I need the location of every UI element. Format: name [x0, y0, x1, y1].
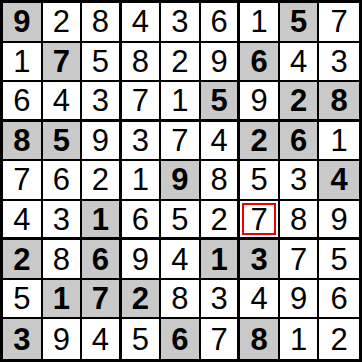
sudoku-cell-selected[interactable]: 7: [240, 201, 280, 241]
sudoku-cell-given[interactable]: 2: [240, 122, 280, 162]
sudoku-cell-given[interactable]: 9: [3, 3, 43, 43]
sudoku-cell[interactable]: 5: [122, 319, 162, 359]
sudoku-cell[interactable]: 5: [3, 280, 43, 320]
sudoku-cell[interactable]: 3: [43, 201, 83, 241]
sudoku-cell[interactable]: 2: [201, 201, 241, 241]
sudoku-cell-given[interactable]: 8: [240, 319, 280, 359]
sudoku-cell[interactable]: 4: [122, 3, 162, 43]
sudoku-cell[interactable]: 7: [122, 82, 162, 122]
sudoku-cell[interactable]: 1: [240, 3, 280, 43]
sudoku-cell[interactable]: 4: [161, 240, 201, 280]
sudoku-cell[interactable]: 3: [201, 280, 241, 320]
sudoku-cell-given[interactable]: 8: [319, 82, 359, 122]
sudoku-cell[interactable]: 8: [82, 3, 122, 43]
sudoku-cell-given[interactable]: 2: [280, 82, 320, 122]
sudoku-cell[interactable]: 2: [161, 43, 201, 83]
sudoku-cell-given[interactable]: 7: [43, 43, 83, 83]
sudoku-cell[interactable]: 7: [319, 3, 359, 43]
sudoku-cell[interactable]: 7: [280, 240, 320, 280]
sudoku-cell[interactable]: 5: [161, 201, 201, 241]
sudoku-cell-given[interactable]: 2: [122, 280, 162, 320]
sudoku-cell[interactable]: 1: [319, 122, 359, 162]
sudoku-cell[interactable]: 6: [43, 161, 83, 201]
sudoku-cell[interactable]: 4: [43, 82, 83, 122]
sudoku-cell[interactable]: 6: [319, 280, 359, 320]
sudoku-cell-given[interactable]: 7: [82, 280, 122, 320]
sudoku-cell[interactable]: 3: [319, 43, 359, 83]
sudoku-board: 9284361571758296436437159288593742617621…: [0, 0, 362, 362]
sudoku-cell[interactable]: 6: [201, 3, 241, 43]
sudoku-cell-given[interactable]: 4: [319, 161, 359, 201]
sudoku-cell[interactable]: 5: [82, 43, 122, 83]
sudoku-cell-given[interactable]: 6: [280, 122, 320, 162]
sudoku-cell[interactable]: 7: [161, 122, 201, 162]
sudoku-cell[interactable]: 4: [240, 280, 280, 320]
sudoku-cell[interactable]: 8: [280, 201, 320, 241]
sudoku-cell-given[interactable]: 2: [3, 240, 43, 280]
sudoku-cell-given[interactable]: 9: [161, 161, 201, 201]
sudoku-cell-given[interactable]: 6: [82, 240, 122, 280]
sudoku-cell[interactable]: 9: [201, 43, 241, 83]
sudoku-cell[interactable]: 4: [280, 43, 320, 83]
sudoku-cell[interactable]: 9: [43, 319, 83, 359]
sudoku-cell[interactable]: 2: [43, 3, 83, 43]
sudoku-cell[interactable]: 2: [319, 319, 359, 359]
sudoku-cell-given[interactable]: 1: [43, 280, 83, 320]
sudoku-cell-given[interactable]: 3: [3, 319, 43, 359]
sudoku-cell[interactable]: 3: [122, 122, 162, 162]
sudoku-cell[interactable]: 2: [82, 161, 122, 201]
sudoku-cell-given[interactable]: 8: [3, 122, 43, 162]
sudoku-cell[interactable]: 3: [161, 3, 201, 43]
sudoku-cell[interactable]: 7: [201, 319, 241, 359]
sudoku-cell[interactable]: 9: [122, 240, 162, 280]
sudoku-cell[interactable]: 4: [3, 201, 43, 241]
sudoku-cell[interactable]: 6: [3, 82, 43, 122]
sudoku-cell[interactable]: 5: [319, 240, 359, 280]
sudoku-cell[interactable]: 5: [240, 161, 280, 201]
sudoku-cell[interactable]: 8: [122, 43, 162, 83]
sudoku-cell[interactable]: 1: [3, 43, 43, 83]
sudoku-cell[interactable]: 9: [82, 122, 122, 162]
sudoku-cell[interactable]: 1: [280, 319, 320, 359]
sudoku-cell[interactable]: 9: [240, 82, 280, 122]
sudoku-cell[interactable]: 3: [280, 161, 320, 201]
sudoku-cell[interactable]: 8: [161, 280, 201, 320]
sudoku-cell-given[interactable]: 1: [201, 240, 241, 280]
sudoku-cell[interactable]: 1: [161, 82, 201, 122]
sudoku-cell-given[interactable]: 1: [82, 201, 122, 241]
sudoku-cell[interactable]: 1: [122, 161, 162, 201]
sudoku-cell[interactable]: 7: [3, 161, 43, 201]
sudoku-cell-given[interactable]: 5: [201, 82, 241, 122]
sudoku-cell[interactable]: 3: [82, 82, 122, 122]
sudoku-cell[interactable]: 4: [82, 319, 122, 359]
sudoku-cell[interactable]: 4: [201, 122, 241, 162]
sudoku-cell-given[interactable]: 6: [240, 43, 280, 83]
sudoku-cell[interactable]: 6: [122, 201, 162, 241]
sudoku-cell[interactable]: 9: [319, 201, 359, 241]
sudoku-cell-given[interactable]: 5: [43, 122, 83, 162]
sudoku-cell[interactable]: 8: [43, 240, 83, 280]
sudoku-cell[interactable]: 8: [201, 161, 241, 201]
sudoku-cell-given[interactable]: 6: [161, 319, 201, 359]
sudoku-cell[interactable]: 9: [280, 280, 320, 320]
sudoku-cell-given[interactable]: 5: [280, 3, 320, 43]
sudoku-cell-given[interactable]: 3: [240, 240, 280, 280]
